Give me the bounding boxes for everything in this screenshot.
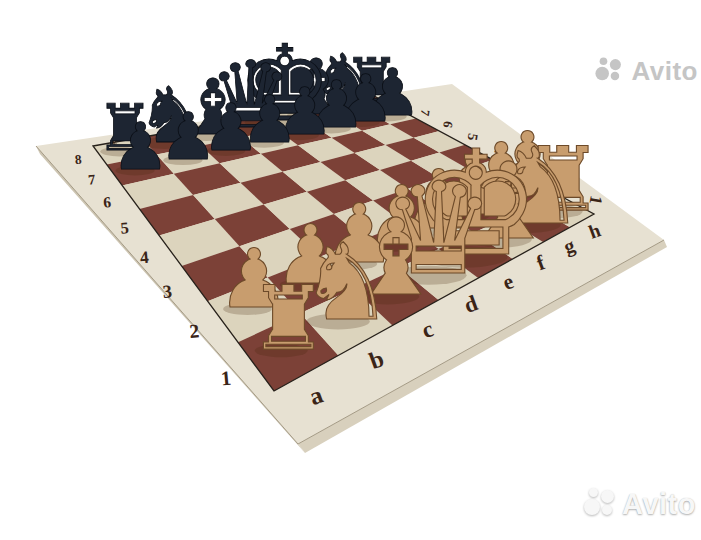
- coord-rank-2-left: 2: [188, 320, 200, 342]
- coord-rank-5-left: 5: [120, 218, 130, 238]
- chessboard-svg: 8877665544332211aabbccddeeffgghh♜♞♝♟♚♟♛♟…: [0, 0, 701, 540]
- chessboard-photo: 8877665544332211aabbccddeeffgghh♜♞♝♟♚♟♛♟…: [0, 0, 701, 540]
- piece-white-rook-a1: ♜: [249, 267, 328, 370]
- coord-rank-7-left: 7: [87, 171, 96, 188]
- coord-rank-1-left: 1: [220, 367, 232, 390]
- piece-black-pawn-a7: ♟: [111, 109, 169, 184]
- coord-rank-3-left: 3: [162, 281, 173, 302]
